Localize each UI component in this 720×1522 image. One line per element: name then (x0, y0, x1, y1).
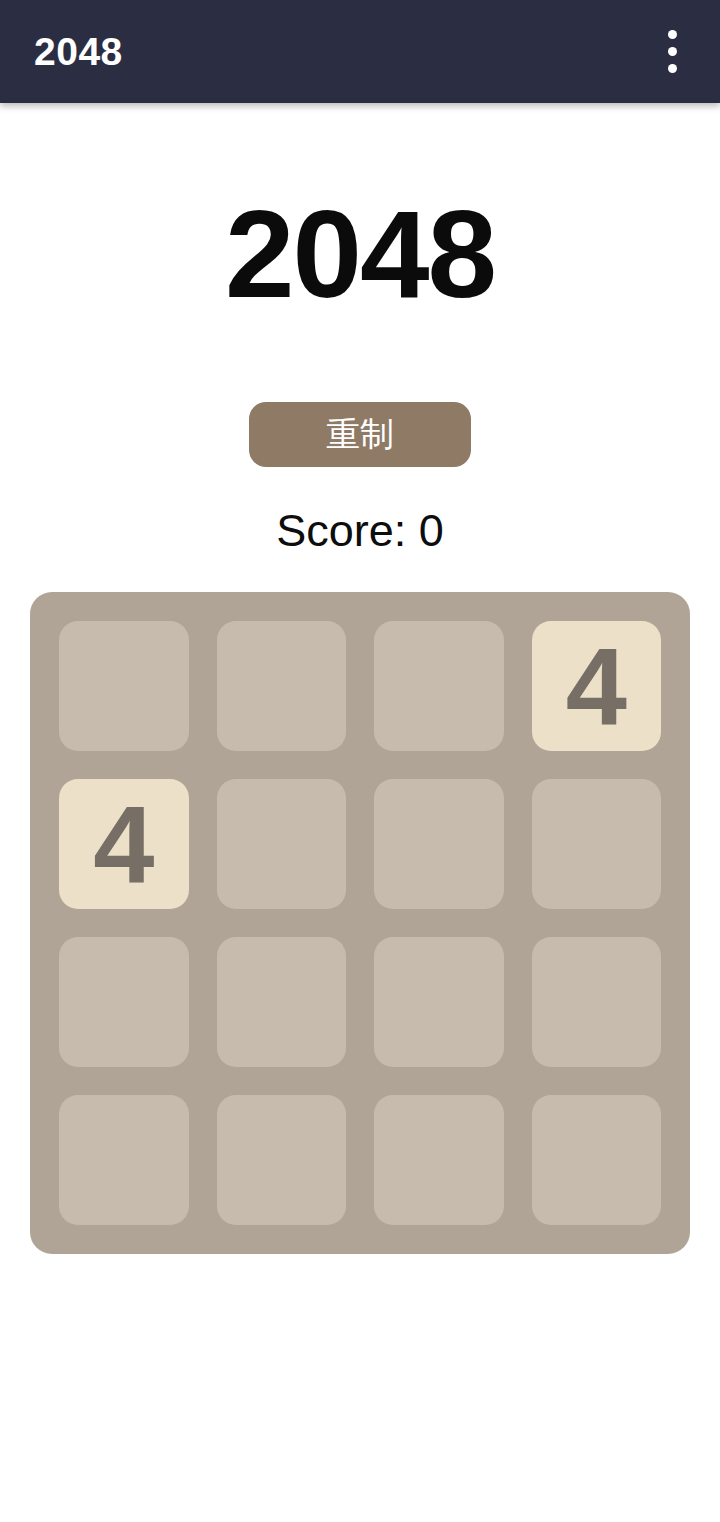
empty-cell (59, 937, 189, 1067)
empty-cell (217, 937, 347, 1067)
empty-cell (217, 779, 347, 909)
empty-cell (374, 937, 504, 1067)
empty-cell (374, 1095, 504, 1225)
app-bar: 2048 (0, 0, 720, 103)
main-content: 2048 重制 Score: 0 44 (0, 191, 720, 1254)
empty-cell (217, 621, 347, 751)
empty-cell (532, 937, 662, 1067)
app-bar-title: 2048 (34, 30, 123, 74)
empty-cell (217, 1095, 347, 1225)
tile-4: 4 (532, 621, 662, 751)
empty-cell (374, 621, 504, 751)
empty-cell (59, 1095, 189, 1225)
game-board[interactable]: 44 (30, 592, 690, 1254)
tile-4: 4 (59, 779, 189, 909)
empty-cell (532, 1095, 662, 1225)
kebab-menu-icon (668, 30, 677, 73)
reset-button[interactable]: 重制 (249, 402, 471, 467)
score-text: Score: 0 (0, 505, 720, 557)
overflow-menu-button[interactable] (648, 22, 696, 82)
page-title: 2048 (0, 191, 720, 316)
empty-cell (59, 621, 189, 751)
empty-cell (532, 779, 662, 909)
empty-cell (374, 779, 504, 909)
